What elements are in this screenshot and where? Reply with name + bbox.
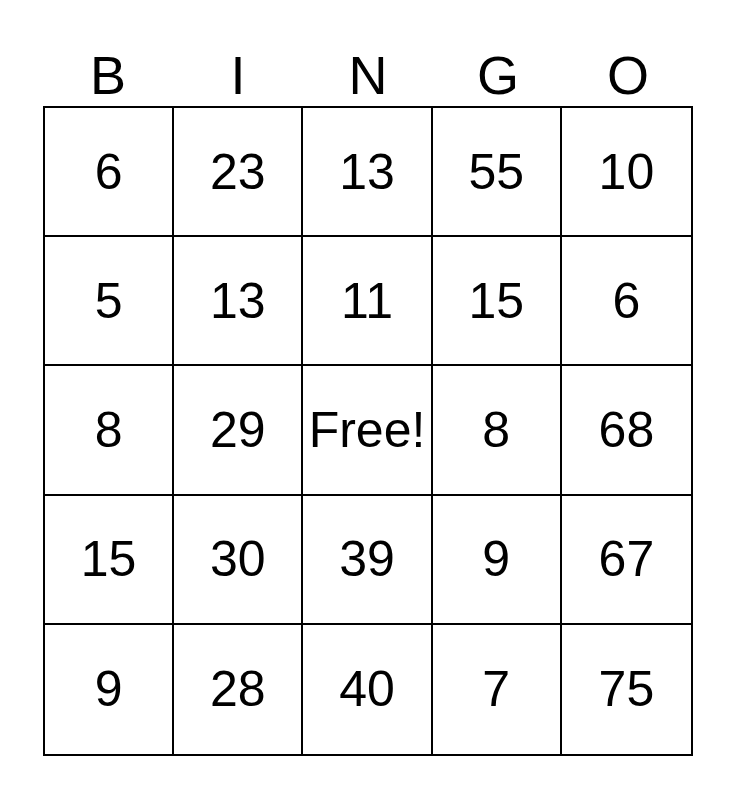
header-letter-n: N xyxy=(303,48,433,106)
bingo-grid: 62313551051311156829Free!868153039967928… xyxy=(43,106,693,756)
bingo-cell-r1c3[interactable]: 15 xyxy=(433,237,562,366)
bingo-cell-r0c4[interactable]: 10 xyxy=(562,108,691,237)
bingo-cell-r4c0[interactable]: 9 xyxy=(45,625,174,754)
header-letter-g: G xyxy=(433,48,563,106)
bingo-cell-r0c1[interactable]: 23 xyxy=(174,108,303,237)
bingo-header: B I N G O xyxy=(43,0,693,106)
bingo-cell-r4c2[interactable]: 40 xyxy=(303,625,432,754)
bingo-cell-r0c3[interactable]: 55 xyxy=(433,108,562,237)
bingo-cell-r4c1[interactable]: 28 xyxy=(174,625,303,754)
header-letter-i: I xyxy=(173,48,303,106)
bingo-cell-r4c3[interactable]: 7 xyxy=(433,625,562,754)
bingo-cell-r3c0[interactable]: 15 xyxy=(45,496,174,625)
bingo-cell-r2c1[interactable]: 29 xyxy=(174,366,303,495)
bingo-cell-r1c1[interactable]: 13 xyxy=(174,237,303,366)
header-letter-o: O xyxy=(563,48,693,106)
bingo-cell-r1c0[interactable]: 5 xyxy=(45,237,174,366)
bingo-cell-r3c2[interactable]: 39 xyxy=(303,496,432,625)
bingo-cell-r1c2[interactable]: 11 xyxy=(303,237,432,366)
bingo-cell-r3c4[interactable]: 67 xyxy=(562,496,691,625)
bingo-card: B I N G O 62313551051311156829Free!86815… xyxy=(43,0,693,756)
bingo-cell-r2c3[interactable]: 8 xyxy=(433,366,562,495)
bingo-cell-r0c0[interactable]: 6 xyxy=(45,108,174,237)
free-cell[interactable]: Free! xyxy=(303,366,432,495)
bingo-cell-r2c4[interactable]: 68 xyxy=(562,366,691,495)
bingo-cell-r4c4[interactable]: 75 xyxy=(562,625,691,754)
header-letter-b: B xyxy=(43,48,173,106)
bingo-cell-r1c4[interactable]: 6 xyxy=(562,237,691,366)
bingo-cell-r3c1[interactable]: 30 xyxy=(174,496,303,625)
bingo-cell-r3c3[interactable]: 9 xyxy=(433,496,562,625)
bingo-cell-r0c2[interactable]: 13 xyxy=(303,108,432,237)
bingo-cell-r2c0[interactable]: 8 xyxy=(45,366,174,495)
